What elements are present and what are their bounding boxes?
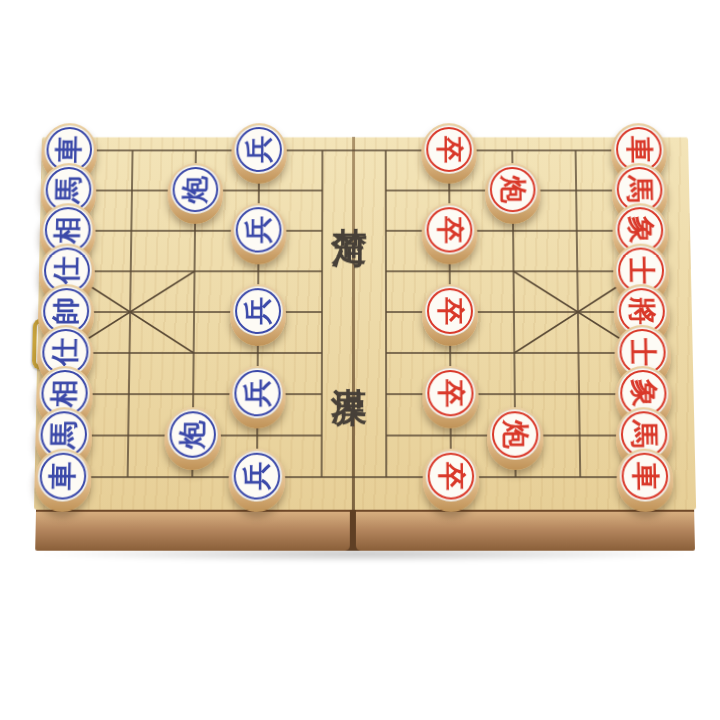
piece-glyph: 卒: [430, 454, 473, 497]
piece-glyph: 炮: [492, 168, 534, 209]
piece-face: 炮: [167, 409, 218, 460]
piece-ring: 卒: [427, 207, 473, 252]
piece-face: 兵: [233, 286, 283, 336]
piece-red-cannon[interactable]: 炮: [487, 407, 544, 470]
piece-red-soldier[interactable]: 卒: [422, 284, 478, 346]
piece-blue-cannon[interactable]: 炮: [164, 407, 221, 470]
piece-face: 炮: [488, 165, 538, 214]
pieces-grid: 車馬相仕帥仕相馬車炮炮兵兵兵兵兵卒卒卒卒卒炮炮車馬象士將士象馬車: [30, 130, 677, 498]
piece-red-soldier[interactable]: 卒: [422, 203, 478, 264]
piece-ring: 車: [621, 452, 668, 499]
piece-face: 卒: [425, 368, 476, 418]
piece-face: 車: [619, 450, 670, 501]
piece-ring: 卒: [426, 127, 472, 172]
piece-face: 兵: [232, 368, 283, 418]
product-photo-canvas: 楚河 漢界 車馬相仕帥仕相馬車炮炮兵兵兵兵兵卒卒卒卒卒炮炮車馬象士將士象馬車: [0, 0, 720, 720]
piece-blue-soldier[interactable]: 兵: [229, 365, 286, 427]
piece-ring: 兵: [234, 370, 281, 416]
piece-ring: 兵: [236, 207, 282, 252]
piece-face: 兵: [234, 205, 284, 254]
piece-red-soldier[interactable]: 卒: [421, 123, 477, 183]
piece-ring: 兵: [236, 127, 282, 172]
piece-glyph: 卒: [428, 209, 470, 250]
piece-ring: 兵: [234, 452, 281, 499]
piece-ring: 卒: [427, 288, 473, 334]
piece-glyph: 炮: [174, 168, 216, 209]
piece-face: 兵: [234, 125, 284, 174]
piece-face: 炮: [170, 165, 220, 214]
piece-face: 卒: [425, 286, 475, 336]
piece-blue-soldier[interactable]: 兵: [230, 203, 286, 264]
piece-ring: 卒: [428, 452, 475, 499]
piece-blue-soldier[interactable]: 兵: [230, 284, 286, 346]
board-side-edge: [35, 510, 695, 551]
piece-glyph: 兵: [236, 454, 279, 497]
piece-ring: 炮: [172, 167, 218, 212]
piece-ring: 炮: [492, 411, 539, 458]
piece-glyph: 車: [41, 454, 84, 497]
piece-ring: 兵: [235, 288, 281, 334]
piece-blue-soldier[interactable]: 兵: [231, 123, 287, 183]
piece-glyph: 兵: [236, 372, 278, 414]
piece-ring: 炮: [490, 167, 536, 212]
piece-red-cannon[interactable]: 炮: [485, 163, 541, 224]
piece-glyph: 卒: [429, 372, 471, 414]
piece-glyph: 炮: [171, 413, 214, 455]
piece-face: 兵: [231, 450, 282, 501]
piece-blue-soldier[interactable]: 兵: [228, 448, 285, 511]
piece-glyph: 兵: [237, 290, 279, 332]
xiangqi-board: 楚河 漢界 車馬相仕帥仕相馬車炮炮兵兵兵兵兵卒卒卒卒卒炮炮車馬象士將士象馬車: [0, 8, 720, 720]
piece-face: 卒: [426, 450, 477, 501]
piece-face: 炮: [490, 409, 541, 460]
piece-face: 卒: [424, 125, 474, 174]
piece-face: 車: [37, 450, 88, 501]
piece-glyph: 兵: [238, 209, 280, 250]
piece-glyph: 車: [623, 454, 666, 497]
piece-ring: 炮: [169, 411, 216, 458]
board-edge-right: [356, 510, 695, 551]
piece-red-soldier[interactable]: 卒: [422, 365, 479, 427]
piece-glyph: 卒: [428, 129, 470, 170]
piece-glyph: 卒: [429, 290, 471, 332]
piece-ring: 卒: [427, 370, 473, 416]
piece-ring: 車: [39, 452, 86, 499]
piece-red-soldier[interactable]: 卒: [423, 448, 480, 511]
piece-face: 卒: [425, 205, 475, 254]
piece-glyph: 兵: [238, 129, 280, 170]
piece-blue-cannon[interactable]: 炮: [167, 163, 223, 224]
piece-glyph: 炮: [494, 413, 537, 455]
board-edge-left: [35, 510, 350, 551]
piece-red-chariot[interactable]: 車: [616, 448, 674, 511]
